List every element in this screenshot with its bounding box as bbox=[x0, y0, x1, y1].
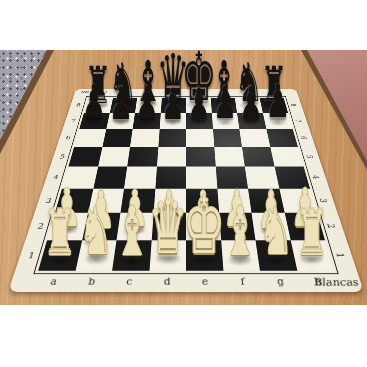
square-b5 bbox=[98, 147, 130, 167]
square-d6 bbox=[158, 129, 186, 147]
rank-label-right-5: 5 bbox=[294, 150, 327, 162]
square-e8 bbox=[186, 98, 211, 113]
square-f3 bbox=[217, 188, 252, 212]
square-b4 bbox=[93, 167, 127, 189]
rank-label-right-3: 3 bbox=[305, 193, 342, 208]
square-f6 bbox=[213, 129, 242, 147]
square-e7 bbox=[186, 113, 213, 129]
file-label-e: e bbox=[186, 276, 224, 287]
square-b7 bbox=[106, 113, 135, 129]
square-a6 bbox=[74, 129, 106, 147]
square-g7 bbox=[237, 113, 266, 129]
square-a8 bbox=[84, 98, 113, 113]
square-g6 bbox=[239, 129, 270, 147]
square-e1 bbox=[186, 240, 223, 271]
square-c3 bbox=[121, 188, 156, 212]
square-b8 bbox=[110, 98, 138, 113]
board-label-blancas: Blancas bbox=[311, 276, 359, 288]
square-e2 bbox=[186, 213, 221, 240]
file-label-b: b bbox=[72, 276, 112, 287]
square-d4 bbox=[155, 167, 186, 189]
file-labels-bottom: abcdefgh bbox=[32, 271, 340, 292]
square-g8 bbox=[235, 98, 263, 113]
square-f7 bbox=[211, 113, 239, 129]
square-f8 bbox=[210, 98, 237, 113]
rank-label-right-1: 1 bbox=[320, 245, 362, 264]
square-b1 bbox=[75, 240, 116, 271]
square-e6 bbox=[186, 129, 214, 147]
file-label-d: d bbox=[148, 276, 186, 287]
rank-label-right-2: 2 bbox=[312, 218, 351, 235]
square-d2 bbox=[151, 213, 186, 240]
square-f5 bbox=[214, 147, 245, 167]
square-f1 bbox=[221, 240, 260, 271]
square-e4 bbox=[186, 167, 217, 189]
square-c8 bbox=[135, 98, 162, 113]
square-f4 bbox=[215, 167, 248, 189]
square-d7 bbox=[159, 113, 186, 129]
square-d5 bbox=[157, 147, 186, 167]
board-label-negras: Negras bbox=[80, 90, 108, 95]
square-a5 bbox=[68, 147, 102, 167]
square-d1 bbox=[149, 240, 186, 271]
square-c5 bbox=[127, 147, 158, 167]
rank-label-right-6: 6 bbox=[289, 132, 320, 143]
file-label-c: c bbox=[110, 276, 149, 287]
file-label-f: f bbox=[223, 276, 262, 287]
square-f2 bbox=[219, 213, 256, 240]
square-b3 bbox=[88, 188, 124, 212]
rank-label-right-7: 7 bbox=[284, 116, 313, 126]
square-b2 bbox=[82, 213, 121, 240]
file-label-a: a bbox=[34, 276, 74, 287]
square-c4 bbox=[124, 167, 157, 189]
square-e5 bbox=[186, 147, 215, 167]
rank-label-right-4: 4 bbox=[299, 170, 333, 184]
file-label-g: g bbox=[261, 276, 301, 287]
square-c1 bbox=[112, 240, 151, 271]
square-d8 bbox=[161, 98, 186, 113]
square-e3 bbox=[186, 188, 219, 212]
rank-label-right-8: 8 bbox=[280, 100, 308, 109]
square-c7 bbox=[133, 113, 161, 129]
square-b6 bbox=[102, 129, 133, 147]
chess-board-mat: abcdefgh 87654321 87654321 Negras Blanca… bbox=[8, 89, 364, 292]
square-g5 bbox=[242, 147, 274, 167]
photo-area: abcdefgh 87654321 87654321 Negras Blanca… bbox=[0, 50, 367, 305]
square-c6 bbox=[130, 129, 159, 147]
square-d3 bbox=[153, 188, 186, 212]
square-g4 bbox=[245, 167, 279, 189]
chess-photo-stage: abcdefgh 87654321 87654321 Negras Blanca… bbox=[0, 0, 367, 367]
square-a7 bbox=[79, 113, 109, 129]
square-c2 bbox=[117, 213, 154, 240]
